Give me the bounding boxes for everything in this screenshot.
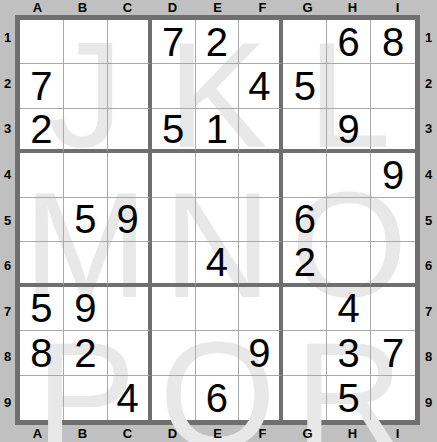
cell-D6[interactable] — [152, 242, 196, 286]
cell-G6[interactable]: 2 — [283, 242, 327, 286]
cell-C3[interactable] — [108, 109, 152, 153]
cell-A5[interactable] — [20, 198, 64, 242]
cell-G8[interactable] — [283, 331, 327, 375]
cell-D1[interactable]: 7 — [152, 20, 196, 64]
row-label-left-8: 8 — [0, 334, 15, 380]
row-label-right-5: 5 — [420, 197, 437, 243]
cell-F2[interactable]: 4 — [239, 64, 283, 108]
cell-B2[interactable] — [64, 64, 108, 108]
cell-I1[interactable]: 8 — [371, 20, 415, 64]
cell-D4[interactable] — [152, 153, 196, 197]
col-label-bottom-B: B — [60, 425, 105, 442]
row-label-right-1: 1 — [420, 15, 437, 61]
cell-E4[interactable] — [196, 153, 240, 197]
row-label-right-6: 6 — [420, 243, 437, 289]
cell-H6[interactable] — [327, 242, 371, 286]
row-labels-left: 123456789 — [0, 15, 15, 425]
cell-I2[interactable] — [371, 64, 415, 108]
row-label-right-7: 7 — [420, 288, 437, 334]
cell-H9[interactable]: 5 — [327, 376, 371, 420]
cell-F8[interactable]: 9 — [239, 331, 283, 375]
cell-B8[interactable]: 2 — [64, 331, 108, 375]
cell-A6[interactable] — [20, 242, 64, 286]
row-label-left-3: 3 — [0, 106, 15, 152]
cell-H8[interactable]: 3 — [327, 331, 371, 375]
cell-E5[interactable] — [196, 198, 240, 242]
col-label-bottom-E: E — [195, 425, 240, 442]
cell-G4[interactable] — [283, 153, 327, 197]
col-label-bottom-I: I — [375, 425, 420, 442]
cell-H3[interactable]: 9 — [327, 109, 371, 153]
cell-F5[interactable] — [239, 198, 283, 242]
col-label-bottom-H: H — [330, 425, 375, 442]
cell-C1[interactable] — [108, 20, 152, 64]
row-label-left-2: 2 — [0, 61, 15, 107]
cell-H2[interactable] — [327, 64, 371, 108]
cell-F7[interactable] — [239, 287, 283, 331]
cell-F3[interactable] — [239, 109, 283, 153]
cell-C2[interactable] — [108, 64, 152, 108]
cell-C6[interactable] — [108, 242, 152, 286]
col-label-bottom-F: F — [240, 425, 285, 442]
cell-E3[interactable]: 1 — [196, 109, 240, 153]
cell-B7[interactable]: 9 — [64, 287, 108, 331]
cell-E2[interactable] — [196, 64, 240, 108]
cell-E7[interactable] — [196, 287, 240, 331]
cell-A1[interactable] — [20, 20, 64, 64]
col-label-bottom-G: G — [285, 425, 330, 442]
cell-C8[interactable] — [108, 331, 152, 375]
row-label-right-2: 2 — [420, 61, 437, 107]
cell-D8[interactable] — [152, 331, 196, 375]
cell-G7[interactable] — [283, 287, 327, 331]
cell-I6[interactable] — [371, 242, 415, 286]
col-label-bottom-D: D — [150, 425, 195, 442]
column-labels-bottom: ABCDEFGHI — [15, 425, 420, 442]
cell-F9[interactable] — [239, 376, 283, 420]
cell-H7[interactable]: 4 — [327, 287, 371, 331]
cell-G5[interactable]: 6 — [283, 198, 327, 242]
cell-F1[interactable] — [239, 20, 283, 64]
cell-B9[interactable] — [64, 376, 108, 420]
row-labels-right: 123456789 — [420, 15, 437, 425]
cell-D9[interactable] — [152, 376, 196, 420]
cell-G1[interactable] — [283, 20, 327, 64]
row-label-right-9: 9 — [420, 380, 437, 426]
row-label-right-8: 8 — [420, 334, 437, 380]
cell-E9[interactable]: 6 — [196, 376, 240, 420]
row-label-left-5: 5 — [0, 197, 15, 243]
row-label-right-4: 4 — [420, 152, 437, 198]
col-label-bottom-A: A — [15, 425, 60, 442]
sudoku-grid: 7268745251995964259482937465 — [20, 20, 415, 420]
cell-D7[interactable] — [152, 287, 196, 331]
cell-F4[interactable] — [239, 153, 283, 197]
cell-I5[interactable] — [371, 198, 415, 242]
row-label-left-7: 7 — [0, 288, 15, 334]
cell-H4[interactable] — [327, 153, 371, 197]
sudoku-board: JKLMNOPQR 7268745251995964259482937465 — [15, 15, 420, 425]
cell-E6[interactable]: 4 — [196, 242, 240, 286]
sudoku-app: ABCDEFGHI 123456789 JKLMNOPQR 7268745251… — [0, 0, 437, 442]
cell-D5[interactable] — [152, 198, 196, 242]
cell-B6[interactable] — [64, 242, 108, 286]
cell-D3[interactable]: 5 — [152, 109, 196, 153]
cell-E8[interactable] — [196, 331, 240, 375]
cell-C7[interactable] — [108, 287, 152, 331]
cell-A2[interactable]: 7 — [20, 64, 64, 108]
row-label-left-4: 4 — [0, 152, 15, 198]
cell-A9[interactable] — [20, 376, 64, 420]
cell-C9[interactable]: 4 — [108, 376, 152, 420]
cell-I3[interactable] — [371, 109, 415, 153]
col-label-bottom-C: C — [105, 425, 150, 442]
row-label-left-1: 1 — [0, 15, 15, 61]
cell-A8[interactable]: 8 — [20, 331, 64, 375]
cell-F6[interactable] — [239, 242, 283, 286]
cell-H5[interactable] — [327, 198, 371, 242]
cell-B4[interactable] — [64, 153, 108, 197]
cell-I4[interactable]: 9 — [371, 153, 415, 197]
cell-C5[interactable]: 9 — [108, 198, 152, 242]
cell-B5[interactable]: 5 — [64, 198, 108, 242]
row-label-left-6: 6 — [0, 243, 15, 289]
row-label-right-3: 3 — [420, 106, 437, 152]
cell-G3[interactable] — [283, 109, 327, 153]
cell-B1[interactable] — [64, 20, 108, 64]
cell-E1[interactable]: 2 — [196, 20, 240, 64]
cell-A4[interactable] — [20, 153, 64, 197]
cell-I9[interactable] — [371, 376, 415, 420]
cell-G2[interactable]: 5 — [283, 64, 327, 108]
cell-H1[interactable]: 6 — [327, 20, 371, 64]
cell-A7[interactable]: 5 — [20, 287, 64, 331]
cell-D2[interactable] — [152, 64, 196, 108]
cell-C4[interactable] — [108, 153, 152, 197]
cell-B3[interactable] — [64, 109, 108, 153]
cell-I7[interactable] — [371, 287, 415, 331]
cell-G9[interactable] — [283, 376, 327, 420]
cell-I8[interactable]: 7 — [371, 331, 415, 375]
cell-A3[interactable]: 2 — [20, 109, 64, 153]
row-label-left-9: 9 — [0, 380, 15, 426]
